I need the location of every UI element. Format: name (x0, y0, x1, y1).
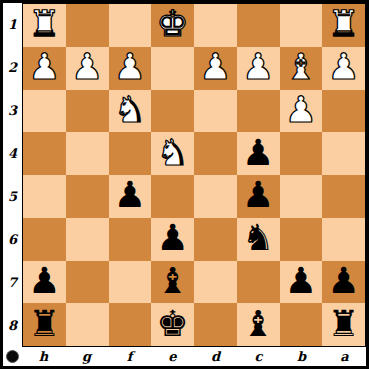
square-b6[interactable] (280, 218, 323, 261)
piece-white-pawn-b3[interactable]: ♟ (285, 92, 317, 128)
square-d4[interactable] (194, 132, 237, 175)
square-a3[interactable] (322, 90, 365, 133)
square-b2[interactable]: ♝ (280, 47, 323, 90)
square-h2[interactable]: ♟ (23, 47, 66, 90)
square-h3[interactable] (23, 90, 66, 133)
piece-white-pawn-g2[interactable]: ♟ (71, 49, 103, 85)
square-c5[interactable]: ♟ (237, 175, 280, 218)
square-f5[interactable]: ♟ (109, 175, 152, 218)
file-label-f: f (108, 347, 151, 366)
square-b4[interactable] (280, 132, 323, 175)
piece-black-king-e8[interactable]: ♚ (156, 306, 188, 342)
rank-label-3: 3 (3, 89, 22, 132)
piece-black-pawn-a7[interactable]: ♟ (327, 263, 359, 299)
square-e5[interactable] (151, 175, 194, 218)
move-indicator-corner (3, 347, 22, 366)
square-a5[interactable] (322, 175, 365, 218)
square-a4[interactable] (322, 132, 365, 175)
square-e2[interactable] (151, 47, 194, 90)
square-c2[interactable]: ♟ (237, 47, 280, 90)
piece-black-rook-a8[interactable]: ♜ (327, 306, 359, 342)
square-h4[interactable] (23, 132, 66, 175)
square-g7[interactable] (66, 261, 109, 304)
square-b1[interactable] (280, 4, 323, 47)
square-h5[interactable] (23, 175, 66, 218)
square-d7[interactable] (194, 261, 237, 304)
square-e4[interactable]: ♞ (151, 132, 194, 175)
square-h6[interactable] (23, 218, 66, 261)
file-label-b: b (280, 347, 323, 366)
square-f3[interactable]: ♞ (109, 90, 152, 133)
black-to-move-indicator (6, 350, 19, 363)
square-f1[interactable] (109, 4, 152, 47)
square-e1[interactable]: ♚ (151, 4, 194, 47)
square-d5[interactable] (194, 175, 237, 218)
piece-white-knight-f3[interactable]: ♞ (114, 92, 146, 128)
square-h7[interactable]: ♟ (23, 261, 66, 304)
square-c6[interactable]: ♞ (237, 218, 280, 261)
square-b3[interactable]: ♟ (280, 90, 323, 133)
file-label-h: h (22, 347, 65, 366)
piece-white-rook-h1[interactable]: ♜ (28, 6, 60, 42)
square-d1[interactable] (194, 4, 237, 47)
rank-label-1: 1 (3, 3, 22, 46)
square-f2[interactable]: ♟ (109, 47, 152, 90)
square-g8[interactable] (66, 303, 109, 346)
file-labels: hgfedcba (22, 347, 366, 366)
square-h8[interactable]: ♜ (23, 303, 66, 346)
piece-black-rook-h8[interactable]: ♜ (28, 306, 60, 342)
square-g6[interactable] (66, 218, 109, 261)
piece-white-king-e1[interactable]: ♚ (156, 6, 188, 42)
square-c4[interactable]: ♟ (237, 132, 280, 175)
piece-white-pawn-a2[interactable]: ♟ (327, 49, 359, 85)
square-c8[interactable]: ♝ (237, 303, 280, 346)
piece-black-knight-c6[interactable]: ♞ (242, 220, 274, 256)
square-b8[interactable] (280, 303, 323, 346)
piece-white-pawn-h2[interactable]: ♟ (28, 49, 60, 85)
piece-black-bishop-e7[interactable]: ♝ (156, 263, 188, 299)
rank-label-5: 5 (3, 175, 22, 218)
square-c3[interactable] (237, 90, 280, 133)
piece-white-pawn-c2[interactable]: ♟ (242, 49, 274, 85)
rank-label-8: 8 (3, 304, 22, 347)
piece-black-pawn-b7[interactable]: ♟ (285, 263, 317, 299)
square-e7[interactable]: ♝ (151, 261, 194, 304)
square-e3[interactable] (151, 90, 194, 133)
rank-label-4: 4 (3, 132, 22, 175)
square-b5[interactable] (280, 175, 323, 218)
rank-label-6: 6 (3, 218, 22, 261)
square-h1[interactable]: ♜ (23, 4, 66, 47)
square-a1[interactable]: ♜ (322, 4, 365, 47)
square-c7[interactable] (237, 261, 280, 304)
square-d3[interactable] (194, 90, 237, 133)
square-f6[interactable] (109, 218, 152, 261)
square-g3[interactable] (66, 90, 109, 133)
square-e6[interactable]: ♟ (151, 218, 194, 261)
file-label-e: e (151, 347, 194, 366)
piece-black-pawn-c4[interactable]: ♟ (242, 135, 274, 171)
piece-white-pawn-d2[interactable]: ♟ (199, 49, 231, 85)
piece-white-pawn-f2[interactable]: ♟ (114, 49, 146, 85)
rank-label-7: 7 (3, 261, 22, 304)
rank-labels: 12345678 (3, 3, 22, 347)
square-d8[interactable] (194, 303, 237, 346)
file-label-g: g (65, 347, 108, 366)
square-a6[interactable] (322, 218, 365, 261)
square-f7[interactable] (109, 261, 152, 304)
rank-label-2: 2 (3, 46, 22, 89)
square-g1[interactable] (66, 4, 109, 47)
square-f4[interactable] (109, 132, 152, 175)
square-e8[interactable]: ♚ (151, 303, 194, 346)
square-d6[interactable] (194, 218, 237, 261)
file-label-a: a (323, 347, 366, 366)
piece-black-bishop-c8[interactable]: ♝ (242, 306, 274, 342)
square-g5[interactable] (66, 175, 109, 218)
piece-black-pawn-f5[interactable]: ♟ (114, 177, 146, 213)
square-a7[interactable]: ♟ (322, 261, 365, 304)
piece-white-rook-a1[interactable]: ♜ (327, 6, 359, 42)
square-b7[interactable]: ♟ (280, 261, 323, 304)
square-g4[interactable] (66, 132, 109, 175)
piece-white-bishop-b2[interactable]: ♝ (285, 49, 317, 85)
chess-diagram: 12345678 ♜♚♜♟♟♟♟♟♝♟♞♟♞♟♟♟♟♞♟♝♟♟♜♚♝♜ hgfe… (0, 0, 369, 369)
piece-black-pawn-c5[interactable]: ♟ (242, 177, 274, 213)
piece-black-pawn-e6[interactable]: ♟ (156, 220, 188, 256)
square-c1[interactable] (237, 4, 280, 47)
file-label-d: d (194, 347, 237, 366)
file-label-c: c (237, 347, 280, 366)
square-f8[interactable] (109, 303, 152, 346)
piece-black-pawn-h7[interactable]: ♟ (28, 263, 60, 299)
square-a8[interactable]: ♜ (322, 303, 365, 346)
chess-board[interactable]: ♜♚♜♟♟♟♟♟♝♟♞♟♞♟♟♟♟♞♟♝♟♟♜♚♝♜ (22, 3, 366, 347)
square-a2[interactable]: ♟ (322, 47, 365, 90)
piece-white-knight-e4[interactable]: ♞ (156, 135, 188, 171)
square-g2[interactable]: ♟ (66, 47, 109, 90)
square-d2[interactable]: ♟ (194, 47, 237, 90)
